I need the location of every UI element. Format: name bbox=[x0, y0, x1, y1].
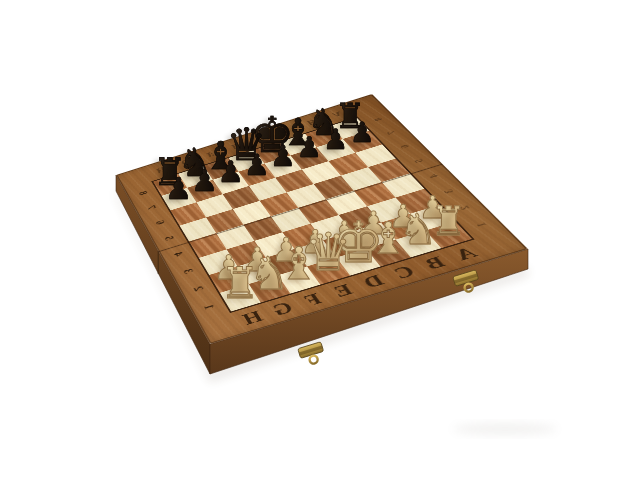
photo-shadow-smudge bbox=[453, 423, 557, 435]
chess-set-photo: HGFEDCBA12345678HGFEDCBA12345678 ♜♞♟♝♟♚♟… bbox=[0, 0, 640, 480]
